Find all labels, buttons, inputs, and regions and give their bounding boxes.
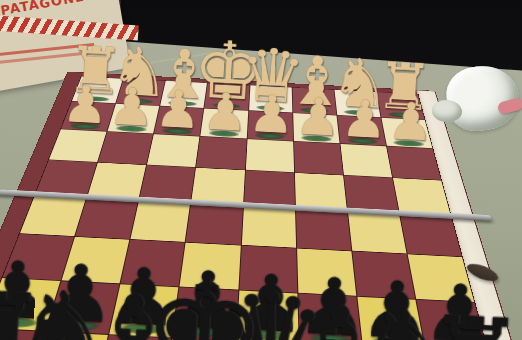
square-a2: ♟ [381,118,432,149]
square-d3 [245,139,293,172]
black-rook-h8: ♜ [0,277,60,340]
square-f3 [147,134,200,167]
square-a3 [387,146,441,180]
square-f5 [131,200,191,241]
square-h4 [35,160,97,197]
black-king-e8: ♚ [138,262,265,340]
square-f4 [139,165,195,202]
chess-photo-scene: S PATAGONES ♜♞♝♚♛♝♞♜♟♟♟♟♟♟♟♟♟♟♟♟♟♟♟♟♜♞♝♚… [0,0,522,340]
square-h3 [49,129,107,162]
square-c5 [296,208,351,250]
plastic-bag-fold [432,100,462,122]
square-g5 [75,198,138,239]
square-d5 [241,206,295,248]
square-h8: ♜ [0,328,45,340]
square-e3 [196,137,246,170]
square-b4 [344,176,399,214]
square-b3 [340,144,392,178]
square-b5 [348,211,407,253]
square-e5 [186,203,243,245]
square-e4 [191,168,244,205]
square-c4 [295,173,347,210]
square-a5 [400,214,462,256]
square-c3 [294,142,343,176]
chessboard-wrapper: ♜♞♝♚♛♝♞♜♟♟♟♟♟♟♟♟♟♟♟♟♟♟♟♟♜♞♝♚♛♝♞♜ [68,72,435,91]
square-g3 [98,132,153,165]
black-rook-a8: ♜ [411,302,522,340]
